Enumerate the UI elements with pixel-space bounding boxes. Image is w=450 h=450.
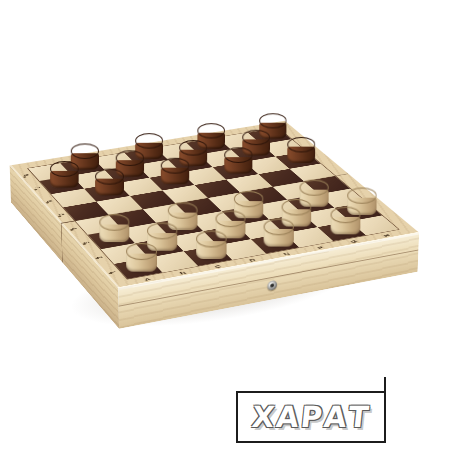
checker-light-a1 — [126, 243, 157, 272]
watermark-box: ХАРАТ — [236, 391, 386, 443]
checker-dark-a7 — [50, 161, 79, 188]
piece-top — [287, 137, 315, 152]
checker-light-c1 — [196, 231, 227, 260]
piece-top — [196, 231, 227, 248]
piece-top — [135, 133, 163, 148]
board: ABCDEFGH12345678 — [10, 121, 420, 288]
checker-dark-h6 — [287, 137, 315, 163]
piece-top — [161, 158, 190, 174]
checker-light-e1 — [264, 218, 294, 246]
piece-top — [147, 222, 177, 239]
latch-screw-icon — [267, 280, 277, 291]
piece-top — [95, 168, 124, 184]
piece-top — [347, 187, 376, 203]
piece-top — [282, 199, 312, 215]
piece-top — [299, 180, 328, 196]
piece-top — [215, 210, 245, 227]
piece-top — [116, 151, 144, 167]
piece-top — [168, 203, 198, 219]
rank-label-7: 7 — [32, 185, 42, 191]
checker-light-a3 — [100, 214, 130, 242]
piece-top — [330, 207, 360, 224]
piece-top — [264, 218, 294, 235]
checker-light-g1 — [330, 207, 360, 235]
piece-top — [126, 243, 157, 260]
piece-top — [259, 113, 286, 128]
product-photo: ABCDEFGH12345678 ХАРАТ — [0, 0, 450, 450]
piece-top — [242, 130, 270, 145]
watermark-text: ХАРАТ — [250, 403, 371, 432]
watermark-border-tick — [384, 377, 386, 393]
rank-label-8: 8 — [21, 172, 31, 177]
piece-top — [224, 147, 252, 163]
checker-dark-d6 — [161, 158, 190, 185]
checkers-box: ABCDEFGH12345678 — [10, 121, 420, 288]
checker-dark-f6 — [224, 147, 252, 173]
checker-dark-b6 — [95, 168, 124, 195]
